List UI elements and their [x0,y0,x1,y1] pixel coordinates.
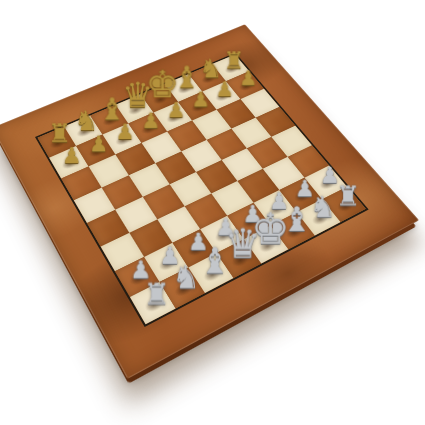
square-d5[interactable] [155,151,196,184]
piece-black-pawn[interactable]: ♟ [115,122,134,143]
piece-white-bishop[interactable]: ♝ [199,243,231,278]
piece-white-knight[interactable]: ♞ [172,262,200,293]
piece-black-pawn[interactable]: ♟ [167,100,186,121]
piece-black-pawn[interactable]: ♟ [89,133,108,155]
square-d4[interactable] [170,172,212,206]
square-b7[interactable]: ♟ [76,135,115,167]
photo-scene: ♜♞♝♛♚♝♞♜♟♟♟♟♟♟♟♟♟♟♟♟♟♟♟♟♜♞♝♛♚♝♞♜ [0,0,425,425]
board-3d-wrapper: ♜♞♝♛♚♝♞♜♟♟♟♟♟♟♟♟♟♟♟♟♟♟♟♟♜♞♝♛♚♝♞♜ [0,24,419,379]
chess-board: ♜♞♝♛♚♝♞♜♟♟♟♟♟♟♟♟♟♟♟♟♟♟♟♟♜♞♝♛♚♝♞♜ [0,24,419,379]
piece-black-pawn[interactable]: ♟ [191,89,210,110]
piece-black-pawn[interactable]: ♟ [141,111,160,132]
piece-black-pawn[interactable]: ♟ [62,145,82,167]
square-a7[interactable]: ♟ [49,146,89,179]
piece-white-knight[interactable]: ♞ [310,193,336,222]
piece-white-rook[interactable]: ♜ [336,182,360,209]
piece-black-pawn[interactable]: ♟ [239,69,257,89]
piece-black-pawn[interactable]: ♟ [216,79,234,99]
piece-black-queen[interactable]: ♛ [122,78,153,113]
board-grid: ♜♞♝♛♚♝♞♜♟♟♟♟♟♟♟♟♟♟♟♟♟♟♟♟♜♞♝♛♚♝♞♜ [35,53,369,327]
piece-white-rook[interactable]: ♜ [143,280,169,309]
